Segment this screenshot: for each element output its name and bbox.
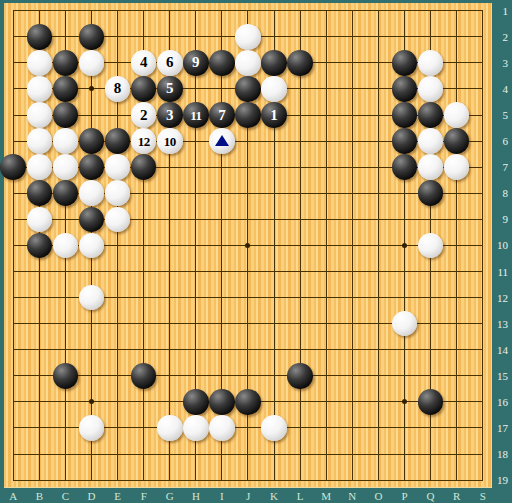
- point-R18[interactable]: [444, 441, 470, 467]
- point-O9[interactable]: [365, 206, 391, 232]
- point-Q2[interactable]: [418, 24, 444, 50]
- point-L14[interactable]: [287, 337, 313, 363]
- point-F9[interactable]: [131, 206, 157, 232]
- point-J11[interactable]: [235, 258, 261, 284]
- point-R16[interactable]: [444, 389, 470, 415]
- point-I2[interactable]: [209, 24, 235, 50]
- point-L3[interactable]: [287, 50, 313, 76]
- point-G8[interactable]: [157, 180, 183, 206]
- point-D10[interactable]: [78, 232, 104, 258]
- point-L2[interactable]: [287, 24, 313, 50]
- point-G1[interactable]: [157, 0, 183, 24]
- point-K13[interactable]: [261, 311, 287, 337]
- point-E5[interactable]: [105, 102, 131, 128]
- point-Q18[interactable]: [418, 441, 444, 467]
- point-A9[interactable]: [0, 206, 26, 232]
- point-A2[interactable]: [0, 24, 26, 50]
- point-M13[interactable]: [313, 311, 339, 337]
- point-N9[interactable]: [339, 206, 365, 232]
- point-M10[interactable]: [313, 232, 339, 258]
- point-Q1[interactable]: [418, 0, 444, 24]
- point-Q9[interactable]: [418, 206, 444, 232]
- point-O10[interactable]: [365, 232, 391, 258]
- point-D7[interactable]: [78, 154, 104, 180]
- point-O1[interactable]: [365, 0, 391, 24]
- point-O15[interactable]: [365, 363, 391, 389]
- point-J18[interactable]: [235, 441, 261, 467]
- point-E9[interactable]: [105, 206, 131, 232]
- point-K6[interactable]: [261, 128, 287, 154]
- point-J3[interactable]: [235, 50, 261, 76]
- point-C7[interactable]: [52, 154, 78, 180]
- point-I18[interactable]: [209, 441, 235, 467]
- point-O8[interactable]: [365, 180, 391, 206]
- point-I17[interactable]: [209, 415, 235, 441]
- point-K14[interactable]: [261, 337, 287, 363]
- point-H14[interactable]: [183, 337, 209, 363]
- point-N7[interactable]: [339, 154, 365, 180]
- point-O3[interactable]: [365, 50, 391, 76]
- point-F16[interactable]: [131, 389, 157, 415]
- point-P6[interactable]: [391, 128, 417, 154]
- point-I16[interactable]: [209, 389, 235, 415]
- point-Q11[interactable]: [418, 258, 444, 284]
- point-D8[interactable]: [78, 180, 104, 206]
- point-H12[interactable]: [183, 285, 209, 311]
- point-K4[interactable]: [261, 76, 287, 102]
- point-H18[interactable]: [183, 441, 209, 467]
- point-B14[interactable]: [26, 337, 52, 363]
- point-Q5[interactable]: [418, 102, 444, 128]
- point-M7[interactable]: [313, 154, 339, 180]
- point-G16[interactable]: [157, 389, 183, 415]
- point-H15[interactable]: [183, 363, 209, 389]
- point-N18[interactable]: [339, 441, 365, 467]
- point-B3[interactable]: [26, 50, 52, 76]
- point-M15[interactable]: [313, 363, 339, 389]
- point-D1[interactable]: [78, 0, 104, 24]
- point-F14[interactable]: [131, 337, 157, 363]
- point-N3[interactable]: [339, 50, 365, 76]
- point-H17[interactable]: [183, 415, 209, 441]
- point-O16[interactable]: [365, 389, 391, 415]
- point-J9[interactable]: [235, 206, 261, 232]
- point-J13[interactable]: [235, 311, 261, 337]
- point-A8[interactable]: [0, 180, 26, 206]
- point-E17[interactable]: [105, 415, 131, 441]
- point-O18[interactable]: [365, 441, 391, 467]
- point-Q16[interactable]: [418, 389, 444, 415]
- point-K3[interactable]: [261, 50, 287, 76]
- point-C5[interactable]: [52, 102, 78, 128]
- point-D16[interactable]: [78, 389, 104, 415]
- point-D18[interactable]: [78, 441, 104, 467]
- point-B16[interactable]: [26, 389, 52, 415]
- point-L4[interactable]: [287, 76, 313, 102]
- point-D13[interactable]: [78, 311, 104, 337]
- point-L5[interactable]: [287, 102, 313, 128]
- point-A3[interactable]: [0, 50, 26, 76]
- point-R1[interactable]: [444, 0, 470, 24]
- point-Q6[interactable]: [418, 128, 444, 154]
- point-N2[interactable]: [339, 24, 365, 50]
- point-C3[interactable]: [52, 50, 78, 76]
- point-A17[interactable]: [0, 415, 26, 441]
- point-Q12[interactable]: [418, 285, 444, 311]
- point-M18[interactable]: [313, 441, 339, 467]
- point-N6[interactable]: [339, 128, 365, 154]
- point-C2[interactable]: [52, 24, 78, 50]
- point-P5[interactable]: [391, 102, 417, 128]
- point-H7[interactable]: [183, 154, 209, 180]
- point-A16[interactable]: [0, 389, 26, 415]
- point-R4[interactable]: [444, 76, 470, 102]
- point-C10[interactable]: [52, 232, 78, 258]
- point-J4[interactable]: [235, 76, 261, 102]
- point-J5[interactable]: [235, 102, 261, 128]
- point-R8[interactable]: [444, 180, 470, 206]
- point-C16[interactable]: [52, 389, 78, 415]
- point-B12[interactable]: [26, 285, 52, 311]
- point-H8[interactable]: [183, 180, 209, 206]
- point-L18[interactable]: [287, 441, 313, 467]
- point-L7[interactable]: [287, 154, 313, 180]
- point-D3[interactable]: [78, 50, 104, 76]
- point-J1[interactable]: [235, 0, 261, 24]
- point-J8[interactable]: [235, 180, 261, 206]
- point-N5[interactable]: [339, 102, 365, 128]
- point-E15[interactable]: [105, 363, 131, 389]
- point-C8[interactable]: [52, 180, 78, 206]
- point-A10[interactable]: [0, 232, 26, 258]
- point-F13[interactable]: [131, 311, 157, 337]
- point-L16[interactable]: [287, 389, 313, 415]
- point-A12[interactable]: [0, 285, 26, 311]
- point-E2[interactable]: [105, 24, 131, 50]
- point-I10[interactable]: [209, 232, 235, 258]
- point-I4[interactable]: [209, 76, 235, 102]
- point-O11[interactable]: [365, 258, 391, 284]
- point-Q8[interactable]: [418, 180, 444, 206]
- point-O7[interactable]: [365, 154, 391, 180]
- point-H10[interactable]: [183, 232, 209, 258]
- point-B17[interactable]: [26, 415, 52, 441]
- point-L17[interactable]: [287, 415, 313, 441]
- point-R15[interactable]: [444, 363, 470, 389]
- point-R17[interactable]: [444, 415, 470, 441]
- point-L8[interactable]: [287, 180, 313, 206]
- point-O6[interactable]: [365, 128, 391, 154]
- point-O4[interactable]: [365, 76, 391, 102]
- point-D15[interactable]: [78, 363, 104, 389]
- point-D12[interactable]: [78, 285, 104, 311]
- point-C13[interactable]: [52, 311, 78, 337]
- point-I5[interactable]: 7: [209, 102, 235, 128]
- point-R14[interactable]: [444, 337, 470, 363]
- point-F11[interactable]: [131, 258, 157, 284]
- point-H3[interactable]: 9: [183, 50, 209, 76]
- point-H4[interactable]: [183, 76, 209, 102]
- point-M9[interactable]: [313, 206, 339, 232]
- point-B1[interactable]: [26, 0, 52, 24]
- point-I7[interactable]: [209, 154, 235, 180]
- point-B5[interactable]: [26, 102, 52, 128]
- point-I9[interactable]: [209, 206, 235, 232]
- point-F10[interactable]: [131, 232, 157, 258]
- point-R5[interactable]: [444, 102, 470, 128]
- point-K2[interactable]: [261, 24, 287, 50]
- point-P10[interactable]: [391, 232, 417, 258]
- point-R11[interactable]: [444, 258, 470, 284]
- point-R10[interactable]: [444, 232, 470, 258]
- point-G15[interactable]: [157, 363, 183, 389]
- point-A5[interactable]: [0, 102, 26, 128]
- point-M3[interactable]: [313, 50, 339, 76]
- point-H6[interactable]: [183, 128, 209, 154]
- point-I1[interactable]: [209, 0, 235, 24]
- point-K17[interactable]: [261, 415, 287, 441]
- point-N15[interactable]: [339, 363, 365, 389]
- point-K16[interactable]: [261, 389, 287, 415]
- point-H16[interactable]: [183, 389, 209, 415]
- point-P13[interactable]: [391, 311, 417, 337]
- point-D6[interactable]: [78, 128, 104, 154]
- point-P16[interactable]: [391, 389, 417, 415]
- point-F5[interactable]: 2: [131, 102, 157, 128]
- point-C17[interactable]: [52, 415, 78, 441]
- point-R3[interactable]: [444, 50, 470, 76]
- point-F1[interactable]: [131, 0, 157, 24]
- point-P7[interactable]: [391, 154, 417, 180]
- point-G3[interactable]: 6: [157, 50, 183, 76]
- point-R2[interactable]: [444, 24, 470, 50]
- point-C4[interactable]: [52, 76, 78, 102]
- point-O14[interactable]: [365, 337, 391, 363]
- point-E12[interactable]: [105, 285, 131, 311]
- point-N17[interactable]: [339, 415, 365, 441]
- point-D17[interactable]: [78, 415, 104, 441]
- point-F18[interactable]: [131, 441, 157, 467]
- point-E11[interactable]: [105, 258, 131, 284]
- point-M2[interactable]: [313, 24, 339, 50]
- point-R7[interactable]: [444, 154, 470, 180]
- point-M6[interactable]: [313, 128, 339, 154]
- point-G11[interactable]: [157, 258, 183, 284]
- point-M1[interactable]: [313, 0, 339, 24]
- point-D2[interactable]: [78, 24, 104, 50]
- point-C1[interactable]: [52, 0, 78, 24]
- point-N16[interactable]: [339, 389, 365, 415]
- point-R9[interactable]: [444, 206, 470, 232]
- point-J12[interactable]: [235, 285, 261, 311]
- point-F8[interactable]: [131, 180, 157, 206]
- point-E4[interactable]: 8: [105, 76, 131, 102]
- point-K8[interactable]: [261, 180, 287, 206]
- point-N4[interactable]: [339, 76, 365, 102]
- point-I15[interactable]: [209, 363, 235, 389]
- point-E18[interactable]: [105, 441, 131, 467]
- point-M4[interactable]: [313, 76, 339, 102]
- point-A6[interactable]: [0, 128, 26, 154]
- point-G14[interactable]: [157, 337, 183, 363]
- point-J6[interactable]: [235, 128, 261, 154]
- point-F2[interactable]: [131, 24, 157, 50]
- point-K1[interactable]: [261, 0, 287, 24]
- point-K10[interactable]: [261, 232, 287, 258]
- point-L9[interactable]: [287, 206, 313, 232]
- point-L12[interactable]: [287, 285, 313, 311]
- point-P1[interactable]: [391, 0, 417, 24]
- point-G10[interactable]: [157, 232, 183, 258]
- point-C18[interactable]: [52, 441, 78, 467]
- point-I13[interactable]: [209, 311, 235, 337]
- point-I11[interactable]: [209, 258, 235, 284]
- point-L15[interactable]: [287, 363, 313, 389]
- point-N14[interactable]: [339, 337, 365, 363]
- point-B2[interactable]: [26, 24, 52, 50]
- point-I3[interactable]: [209, 50, 235, 76]
- point-L11[interactable]: [287, 258, 313, 284]
- point-D14[interactable]: [78, 337, 104, 363]
- point-E6[interactable]: [105, 128, 131, 154]
- point-E3[interactable]: [105, 50, 131, 76]
- point-M12[interactable]: [313, 285, 339, 311]
- point-M5[interactable]: [313, 102, 339, 128]
- point-E7[interactable]: [105, 154, 131, 180]
- point-B15[interactable]: [26, 363, 52, 389]
- point-J10[interactable]: [235, 232, 261, 258]
- point-I14[interactable]: [209, 337, 235, 363]
- point-A7[interactable]: [0, 154, 26, 180]
- point-L6[interactable]: [287, 128, 313, 154]
- point-O13[interactable]: [365, 311, 391, 337]
- point-Q17[interactable]: [418, 415, 444, 441]
- point-N1[interactable]: [339, 0, 365, 24]
- point-K5[interactable]: 1: [261, 102, 287, 128]
- point-E16[interactable]: [105, 389, 131, 415]
- point-G13[interactable]: [157, 311, 183, 337]
- point-F6[interactable]: 12: [131, 128, 157, 154]
- point-G12[interactable]: [157, 285, 183, 311]
- point-K9[interactable]: [261, 206, 287, 232]
- point-R6[interactable]: [444, 128, 470, 154]
- point-E1[interactable]: [105, 0, 131, 24]
- point-N10[interactable]: [339, 232, 365, 258]
- point-E14[interactable]: [105, 337, 131, 363]
- point-B7[interactable]: [26, 154, 52, 180]
- point-C11[interactable]: [52, 258, 78, 284]
- point-B10[interactable]: [26, 232, 52, 258]
- point-G9[interactable]: [157, 206, 183, 232]
- point-P4[interactable]: [391, 76, 417, 102]
- point-F7[interactable]: [131, 154, 157, 180]
- point-A15[interactable]: [0, 363, 26, 389]
- point-I6[interactable]: [209, 128, 235, 154]
- point-N12[interactable]: [339, 285, 365, 311]
- point-H11[interactable]: [183, 258, 209, 284]
- point-K11[interactable]: [261, 258, 287, 284]
- point-D4[interactable]: [78, 76, 104, 102]
- point-D9[interactable]: [78, 206, 104, 232]
- point-P8[interactable]: [391, 180, 417, 206]
- point-K7[interactable]: [261, 154, 287, 180]
- point-O12[interactable]: [365, 285, 391, 311]
- point-J14[interactable]: [235, 337, 261, 363]
- point-H2[interactable]: [183, 24, 209, 50]
- point-J2[interactable]: [235, 24, 261, 50]
- point-C9[interactable]: [52, 206, 78, 232]
- point-R12[interactable]: [444, 285, 470, 311]
- point-M14[interactable]: [313, 337, 339, 363]
- point-P3[interactable]: [391, 50, 417, 76]
- point-B18[interactable]: [26, 441, 52, 467]
- point-Q14[interactable]: [418, 337, 444, 363]
- point-F4[interactable]: [131, 76, 157, 102]
- point-L1[interactable]: [287, 0, 313, 24]
- point-N13[interactable]: [339, 311, 365, 337]
- point-C15[interactable]: [52, 363, 78, 389]
- point-A14[interactable]: [0, 337, 26, 363]
- point-A11[interactable]: [0, 258, 26, 284]
- point-G2[interactable]: [157, 24, 183, 50]
- point-J15[interactable]: [235, 363, 261, 389]
- point-C12[interactable]: [52, 285, 78, 311]
- point-L10[interactable]: [287, 232, 313, 258]
- point-P17[interactable]: [391, 415, 417, 441]
- point-P9[interactable]: [391, 206, 417, 232]
- point-M11[interactable]: [313, 258, 339, 284]
- point-A18[interactable]: [0, 441, 26, 467]
- point-F12[interactable]: [131, 285, 157, 311]
- point-P18[interactable]: [391, 441, 417, 467]
- point-B6[interactable]: [26, 128, 52, 154]
- point-A4[interactable]: [0, 76, 26, 102]
- go-board-grid[interactable]: 469852311711210: [0, 0, 496, 493]
- point-F3[interactable]: 4: [131, 50, 157, 76]
- point-H9[interactable]: [183, 206, 209, 232]
- point-E8[interactable]: [105, 180, 131, 206]
- point-K15[interactable]: [261, 363, 287, 389]
- point-H5[interactable]: 11: [183, 102, 209, 128]
- point-P12[interactable]: [391, 285, 417, 311]
- point-B8[interactable]: [26, 180, 52, 206]
- point-G6[interactable]: 10: [157, 128, 183, 154]
- point-Q3[interactable]: [418, 50, 444, 76]
- point-F17[interactable]: [131, 415, 157, 441]
- point-I8[interactable]: [209, 180, 235, 206]
- point-P14[interactable]: [391, 337, 417, 363]
- point-M17[interactable]: [313, 415, 339, 441]
- point-G5[interactable]: 3: [157, 102, 183, 128]
- point-O17[interactable]: [365, 415, 391, 441]
- point-G18[interactable]: [157, 441, 183, 467]
- point-I12[interactable]: [209, 285, 235, 311]
- point-D11[interactable]: [78, 258, 104, 284]
- point-J7[interactable]: [235, 154, 261, 180]
- point-R13[interactable]: [444, 311, 470, 337]
- point-F15[interactable]: [131, 363, 157, 389]
- point-O2[interactable]: [365, 24, 391, 50]
- point-Q15[interactable]: [418, 363, 444, 389]
- point-N11[interactable]: [339, 258, 365, 284]
- point-N8[interactable]: [339, 180, 365, 206]
- point-K12[interactable]: [261, 285, 287, 311]
- point-Q7[interactable]: [418, 154, 444, 180]
- point-L13[interactable]: [287, 311, 313, 337]
- point-C14[interactable]: [52, 337, 78, 363]
- point-O5[interactable]: [365, 102, 391, 128]
- point-K18[interactable]: [261, 441, 287, 467]
